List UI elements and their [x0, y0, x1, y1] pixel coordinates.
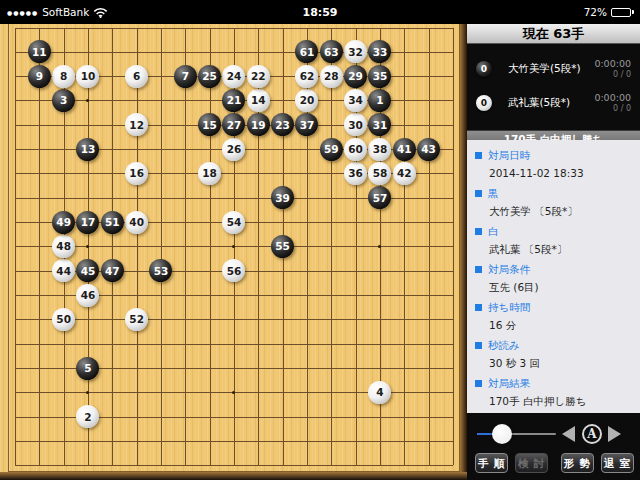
bullet-icon	[475, 304, 482, 311]
black-stone-47: 47	[101, 259, 124, 282]
info-label: 対局結果	[475, 374, 632, 393]
white-stone-14: 14	[247, 89, 270, 112]
current-move-header: 現在 63手	[467, 24, 640, 44]
white-stone-16: 16	[125, 162, 148, 185]
black-stone-11: 11	[28, 40, 51, 63]
white-stone-48: 48	[52, 235, 75, 258]
info-value: 大竹美学 〔5段*〕	[475, 203, 632, 222]
info-label: 対局日時	[475, 146, 632, 165]
info-label: 持ち時間	[475, 298, 632, 317]
white-captures-stone-icon: 0	[476, 95, 492, 111]
moves-button[interactable]: 手 順	[475, 453, 508, 473]
black-stone-29: 29	[344, 65, 367, 88]
white-stone-8: 8	[52, 65, 75, 88]
black-stone-9: 9	[28, 65, 51, 88]
move-slider-thumb[interactable]	[492, 424, 512, 444]
white-stone-10: 10	[76, 65, 99, 88]
black-stone-63: 63	[320, 40, 343, 63]
move-slider[interactable]	[477, 433, 556, 435]
info-value: 16 分	[475, 317, 632, 336]
white-stone-26: 26	[222, 138, 245, 161]
white-stone-50: 50	[52, 308, 75, 331]
grid-line-v	[429, 28, 430, 466]
bullet-icon	[475, 228, 482, 235]
playback-controls: A 手 順検 討形 勢退 室	[467, 413, 640, 480]
bullet-icon	[475, 266, 482, 273]
white-stone-28: 28	[320, 65, 343, 88]
white-stone-22: 22	[247, 65, 270, 88]
black-stone-51: 51	[101, 211, 124, 234]
review-button[interactable]: 検 討	[515, 453, 548, 473]
status-right: 72%	[584, 0, 634, 24]
black-stone-3: 3	[52, 89, 75, 112]
info-label: 黒	[475, 184, 632, 203]
grid-line-h	[15, 441, 453, 442]
white-stone-6: 6	[125, 65, 148, 88]
bullet-icon	[475, 342, 482, 349]
black-stone-5: 5	[76, 357, 99, 380]
white-stone-46: 46	[76, 284, 99, 307]
grid-line-h	[15, 465, 453, 466]
step-forward-icon[interactable]	[608, 426, 621, 442]
players-panel: 0大竹美学(5段*)0:00:000 / 00武礼葉(5段*)0:00:000 …	[467, 44, 640, 124]
clock-label: 18:59	[0, 6, 640, 19]
info-label: 秒読み	[475, 336, 632, 355]
info-value: 2014-11-02 18:33	[475, 165, 632, 184]
black-stone-41: 41	[393, 138, 416, 161]
black-stone-17: 17	[76, 211, 99, 234]
player-clock: 0:00:000 / 0	[594, 58, 631, 80]
info-value: 互先 (6目)	[475, 279, 632, 298]
leave-room-button[interactable]: 退 室	[601, 453, 634, 473]
black-stone-13: 13	[76, 138, 99, 161]
step-back-icon[interactable]	[562, 426, 575, 442]
white-stone-34: 34	[344, 89, 367, 112]
player-name: 武礼葉(5段*)	[508, 96, 594, 110]
black-stone-19: 19	[247, 113, 270, 136]
player-row: 0大竹美学(5段*)0:00:000 / 0	[467, 52, 640, 86]
black-stone-25: 25	[198, 65, 221, 88]
white-stone-42: 42	[393, 162, 416, 185]
black-stone-7: 7	[174, 65, 197, 88]
info-label: 白	[475, 222, 632, 241]
white-stone-40: 40	[125, 211, 148, 234]
game-info-panel: 対局日時2014-11-02 18:33黒大竹美学 〔5段*〕白武礼葉 〔5段*…	[467, 140, 640, 413]
board-edge-bottom	[0, 472, 467, 480]
grid-line-v	[331, 28, 332, 466]
position-button[interactable]: 形 勢	[561, 453, 594, 473]
battery-percent-label: 72%	[584, 6, 607, 18]
info-value: 170手 白中押し勝ち	[475, 393, 632, 412]
black-stone-35: 35	[368, 65, 391, 88]
black-stone-59: 59	[320, 138, 343, 161]
go-board[interactable]: 1234567891011121314151617181920212223242…	[0, 24, 467, 480]
white-stone-24: 24	[222, 65, 245, 88]
bullet-icon	[475, 380, 482, 387]
auto-play-button[interactable]: A	[582, 424, 602, 444]
white-stone-62: 62	[295, 65, 318, 88]
status-bar: ●●●●● SoftBank 18:59 72%	[0, 0, 640, 24]
black-captures-stone-icon: 0	[476, 61, 492, 77]
info-value: 武礼葉 〔5段*〕	[475, 241, 632, 260]
bullet-icon	[475, 152, 482, 159]
action-button-row: 手 順検 討形 勢退 室	[467, 451, 640, 475]
board-edge-right	[460, 24, 467, 480]
white-stone-54: 54	[222, 211, 245, 234]
black-stone-55: 55	[271, 235, 294, 258]
black-stone-43: 43	[417, 138, 440, 161]
grid-line-v	[404, 28, 405, 466]
white-stone-52: 52	[125, 308, 148, 331]
white-stone-36: 36	[344, 162, 367, 185]
grid-line-h	[15, 319, 453, 320]
white-stone-38: 38	[368, 138, 391, 161]
info-label: 対局条件	[475, 260, 632, 279]
white-stone-60: 60	[344, 138, 367, 161]
bullet-icon	[475, 190, 482, 197]
battery-icon	[611, 8, 634, 17]
player-clock: 0:00:000 / 0	[594, 92, 631, 114]
player-row: 0武礼葉(5段*)0:00:000 / 0	[467, 86, 640, 120]
black-stone-49: 49	[52, 211, 75, 234]
grid-line-v	[453, 28, 454, 466]
player-name: 大竹美学(5段*)	[508, 62, 594, 76]
game-info-sidebar: 現在 63手 0大竹美学(5段*)0:00:000 / 00武礼葉(5段*)0:…	[467, 24, 640, 480]
white-stone-18: 18	[198, 162, 221, 185]
info-value: 30 秒 3 回	[475, 355, 632, 374]
grid-line-h	[15, 344, 453, 345]
